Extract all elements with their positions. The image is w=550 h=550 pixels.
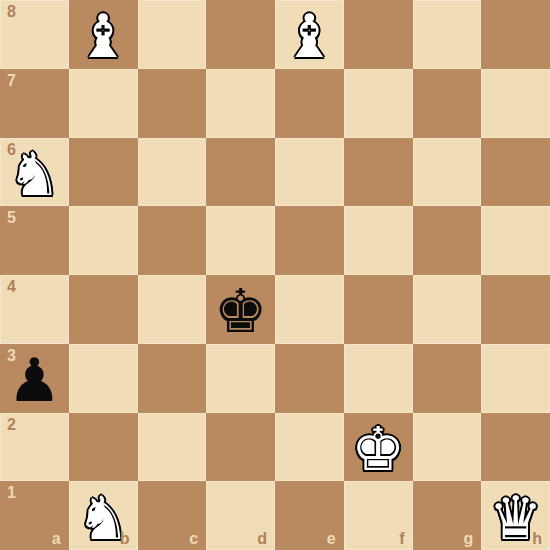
square-f3[interactable] <box>344 344 413 413</box>
square-c6[interactable] <box>138 138 207 207</box>
square-h6[interactable] <box>481 138 550 207</box>
square-c8[interactable] <box>138 0 207 69</box>
square-c5[interactable] <box>138 206 207 275</box>
square-d2[interactable] <box>206 413 275 482</box>
square-h4[interactable] <box>481 275 550 344</box>
square-g8[interactable] <box>413 0 482 69</box>
square-h3[interactable] <box>481 344 550 413</box>
square-h2[interactable] <box>481 413 550 482</box>
square-f8[interactable] <box>344 0 413 69</box>
square-b5[interactable] <box>69 206 138 275</box>
square-e8[interactable]: ♝ <box>275 0 344 69</box>
square-g3[interactable] <box>413 344 482 413</box>
square-c4[interactable] <box>138 275 207 344</box>
file-label-g: g <box>463 530 473 548</box>
white-bishop[interactable]: ♝ <box>76 6 130 66</box>
square-b6[interactable] <box>69 138 138 207</box>
square-a2[interactable]: 2 <box>0 413 69 482</box>
square-a6[interactable]: 6♞ <box>0 138 69 207</box>
file-label-e: e <box>327 530 336 548</box>
square-e6[interactable] <box>275 138 344 207</box>
square-a4[interactable]: 4 <box>0 275 69 344</box>
square-b4[interactable] <box>69 275 138 344</box>
square-e2[interactable] <box>275 413 344 482</box>
square-d1[interactable]: d <box>206 481 275 550</box>
square-d8[interactable] <box>206 0 275 69</box>
square-d5[interactable] <box>206 206 275 275</box>
square-b8[interactable]: ♝ <box>69 0 138 69</box>
square-b2[interactable] <box>69 413 138 482</box>
file-label-c: c <box>189 530 198 548</box>
square-c1[interactable]: c <box>138 481 207 550</box>
square-b1[interactable]: b♞ <box>69 481 138 550</box>
square-g6[interactable] <box>413 138 482 207</box>
square-f7[interactable] <box>344 69 413 138</box>
square-b3[interactable] <box>69 344 138 413</box>
square-e5[interactable] <box>275 206 344 275</box>
white-king[interactable]: ♚ <box>351 419 405 479</box>
rank-label-8: 8 <box>7 3 16 21</box>
square-c2[interactable] <box>138 413 207 482</box>
square-e7[interactable] <box>275 69 344 138</box>
white-knight[interactable]: ♞ <box>7 144 61 204</box>
square-a3[interactable]: 3♟︎ <box>0 344 69 413</box>
square-a1[interactable]: 1a <box>0 481 69 550</box>
square-c7[interactable] <box>138 69 207 138</box>
square-b7[interactable] <box>69 69 138 138</box>
white-queen[interactable]: ♛ <box>489 488 543 548</box>
square-d6[interactable] <box>206 138 275 207</box>
square-f2[interactable]: ♚ <box>344 413 413 482</box>
rank-label-2: 2 <box>7 416 16 434</box>
square-f6[interactable] <box>344 138 413 207</box>
black-pawn[interactable]: ♟︎ <box>7 350 61 410</box>
square-e3[interactable] <box>275 344 344 413</box>
square-d7[interactable] <box>206 69 275 138</box>
square-c3[interactable] <box>138 344 207 413</box>
square-f5[interactable] <box>344 206 413 275</box>
rank-label-5: 5 <box>7 209 16 227</box>
square-h5[interactable] <box>481 206 550 275</box>
chess-board-container: 8♝♝76♞54♚3♟︎2♚1ab♞cdefgh♛ <box>0 0 550 550</box>
file-label-d: d <box>257 530 267 548</box>
square-e1[interactable]: e <box>275 481 344 550</box>
square-g7[interactable] <box>413 69 482 138</box>
white-bishop[interactable]: ♝ <box>282 6 336 66</box>
square-g1[interactable]: g <box>413 481 482 550</box>
square-g4[interactable] <box>413 275 482 344</box>
square-d4[interactable]: ♚ <box>206 275 275 344</box>
square-h1[interactable]: h♛ <box>481 481 550 550</box>
square-g2[interactable] <box>413 413 482 482</box>
square-a7[interactable]: 7 <box>0 69 69 138</box>
rank-label-7: 7 <box>7 72 16 90</box>
square-e4[interactable] <box>275 275 344 344</box>
chess-board: 8♝♝76♞54♚3♟︎2♚1ab♞cdefgh♛ <box>0 0 550 550</box>
file-label-f: f <box>399 530 404 548</box>
square-g5[interactable] <box>413 206 482 275</box>
rank-label-4: 4 <box>7 278 16 296</box>
file-label-a: a <box>52 530 61 548</box>
square-a8[interactable]: 8 <box>0 0 69 69</box>
square-h8[interactable] <box>481 0 550 69</box>
rank-label-1: 1 <box>7 484 16 502</box>
square-f4[interactable] <box>344 275 413 344</box>
white-knight[interactable]: ♞ <box>76 488 130 548</box>
square-f1[interactable]: f <box>344 481 413 550</box>
square-a5[interactable]: 5 <box>0 206 69 275</box>
square-h7[interactable] <box>481 69 550 138</box>
black-king[interactable]: ♚ <box>214 281 268 341</box>
square-d3[interactable] <box>206 344 275 413</box>
